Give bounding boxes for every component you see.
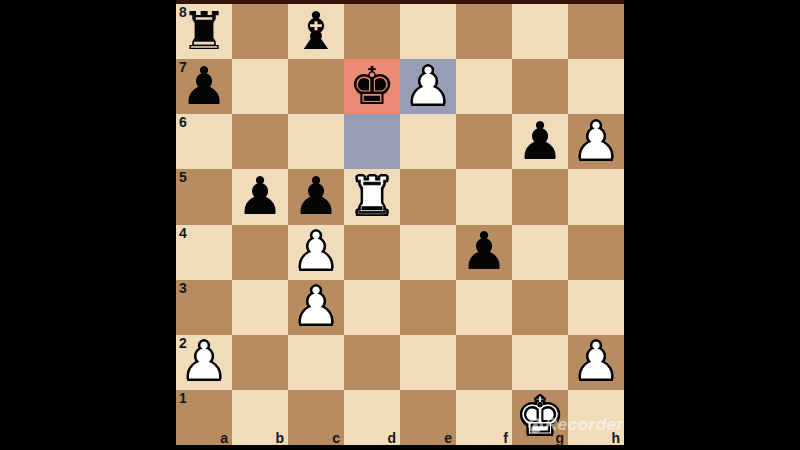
chess-board: 8♜♝7♟♚♟6♟♟5♟♟♜4♟♟3♟2♟♟1abcdefg♚h	[176, 4, 624, 445]
square-f1[interactable]: f	[456, 390, 512, 445]
square-g3[interactable]	[512, 280, 568, 335]
square-d7[interactable]: ♚	[344, 59, 400, 114]
square-e8[interactable]	[400, 4, 456, 59]
square-a7[interactable]: 7♟	[176, 59, 232, 114]
piece-black-king[interactable]: ♚	[349, 60, 396, 112]
rank-label-4: 4	[179, 225, 187, 241]
square-c5[interactable]: ♟	[288, 169, 344, 224]
square-h7[interactable]	[568, 59, 624, 114]
piece-black-pawn[interactable]: ♟	[237, 170, 284, 222]
square-b5[interactable]: ♟	[232, 169, 288, 224]
square-e1[interactable]: e	[400, 390, 456, 445]
square-b7[interactable]	[232, 59, 288, 114]
file-label-e: e	[444, 430, 452, 446]
square-b4[interactable]	[232, 225, 288, 280]
square-g2[interactable]	[512, 335, 568, 390]
square-g7[interactable]	[512, 59, 568, 114]
square-e7[interactable]: ♟	[400, 59, 456, 114]
rank-label-6: 6	[179, 114, 187, 130]
square-g1[interactable]: g♚	[512, 390, 568, 445]
square-f2[interactable]	[456, 335, 512, 390]
square-a3[interactable]: 3	[176, 280, 232, 335]
square-a5[interactable]: 5	[176, 169, 232, 224]
square-c3[interactable]: ♟	[288, 280, 344, 335]
square-f3[interactable]	[456, 280, 512, 335]
piece-black-rook[interactable]: ♜	[181, 5, 228, 57]
piece-white-pawn[interactable]: ♟	[573, 115, 620, 167]
square-e4[interactable]	[400, 225, 456, 280]
square-a6[interactable]: 6	[176, 114, 232, 169]
piece-white-pawn[interactable]: ♟	[573, 335, 620, 387]
square-c7[interactable]	[288, 59, 344, 114]
square-f5[interactable]	[456, 169, 512, 224]
square-g5[interactable]	[512, 169, 568, 224]
square-h5[interactable]	[568, 169, 624, 224]
square-h3[interactable]	[568, 280, 624, 335]
square-b1[interactable]: b	[232, 390, 288, 445]
square-f8[interactable]	[456, 4, 512, 59]
piece-white-rook[interactable]: ♜	[349, 170, 396, 222]
piece-black-pawn[interactable]: ♟	[517, 115, 564, 167]
square-b3[interactable]	[232, 280, 288, 335]
square-h1[interactable]: h	[568, 390, 624, 445]
square-f4[interactable]: ♟	[456, 225, 512, 280]
square-a1[interactable]: 1a	[176, 390, 232, 445]
piece-white-pawn[interactable]: ♟	[293, 280, 340, 332]
square-g8[interactable]	[512, 4, 568, 59]
file-label-h: h	[611, 430, 620, 446]
square-c8[interactable]: ♝	[288, 4, 344, 59]
square-d5[interactable]: ♜	[344, 169, 400, 224]
square-e5[interactable]	[400, 169, 456, 224]
piece-white-pawn[interactable]: ♟	[405, 60, 452, 112]
square-h2[interactable]: ♟	[568, 335, 624, 390]
square-c1[interactable]: c	[288, 390, 344, 445]
square-a2[interactable]: 2♟	[176, 335, 232, 390]
square-e3[interactable]	[400, 280, 456, 335]
square-g6[interactable]: ♟	[512, 114, 568, 169]
square-a8[interactable]: 8♜	[176, 4, 232, 59]
square-d3[interactable]	[344, 280, 400, 335]
rank-label-1: 1	[179, 390, 187, 406]
piece-black-pawn[interactable]: ♟	[293, 170, 340, 222]
square-b2[interactable]	[232, 335, 288, 390]
square-d4[interactable]	[344, 225, 400, 280]
square-e6[interactable]	[400, 114, 456, 169]
square-d8[interactable]	[344, 4, 400, 59]
square-h8[interactable]	[568, 4, 624, 59]
square-f7[interactable]	[456, 59, 512, 114]
square-d6[interactable]	[344, 114, 400, 169]
square-a4[interactable]: 4	[176, 225, 232, 280]
square-b8[interactable]	[232, 4, 288, 59]
square-c4[interactable]: ♟	[288, 225, 344, 280]
piece-white-king[interactable]: ♚	[517, 390, 564, 442]
file-label-b: b	[275, 430, 284, 446]
square-h4[interactable]	[568, 225, 624, 280]
square-d2[interactable]	[344, 335, 400, 390]
piece-black-pawn[interactable]: ♟	[181, 60, 228, 112]
square-h6[interactable]: ♟	[568, 114, 624, 169]
rank-label-5: 5	[179, 169, 187, 185]
file-label-a: a	[220, 430, 228, 446]
square-g4[interactable]	[512, 225, 568, 280]
file-label-f: f	[503, 430, 508, 446]
piece-black-bishop[interactable]: ♝	[293, 5, 340, 57]
piece-white-pawn[interactable]: ♟	[181, 335, 228, 387]
screen: 8♜♝7♟♚♟6♟♟5♟♟♜4♟♟3♟2♟♟1abcdefg♚h Recorde…	[0, 0, 800, 450]
square-c6[interactable]	[288, 114, 344, 169]
square-e2[interactable]	[400, 335, 456, 390]
square-f6[interactable]	[456, 114, 512, 169]
square-d1[interactable]: d	[344, 390, 400, 445]
file-label-c: c	[332, 430, 340, 446]
square-b6[interactable]	[232, 114, 288, 169]
piece-black-pawn[interactable]: ♟	[461, 225, 508, 277]
square-c2[interactable]	[288, 335, 344, 390]
file-label-d: d	[387, 430, 396, 446]
piece-white-pawn[interactable]: ♟	[293, 225, 340, 277]
rank-label-3: 3	[179, 280, 187, 296]
